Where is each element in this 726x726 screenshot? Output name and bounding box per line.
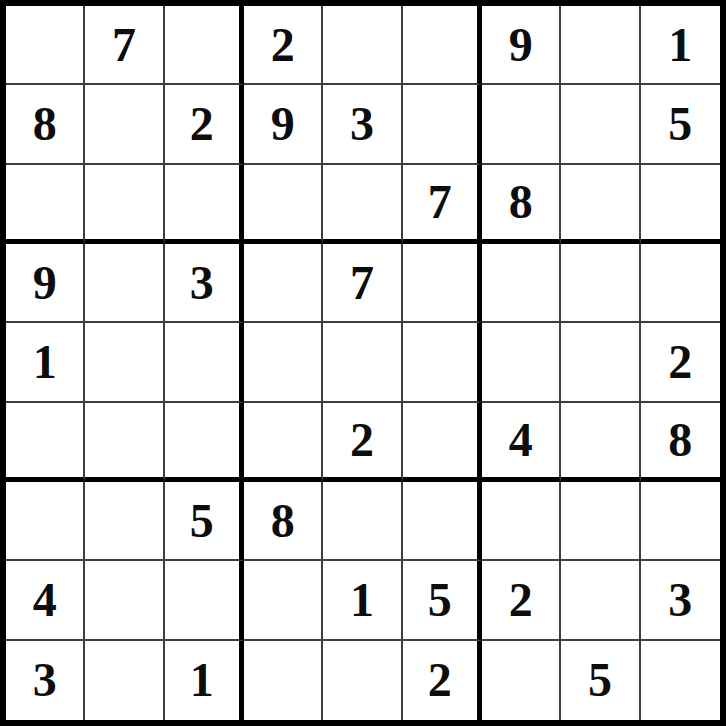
cell-r1c3[interactable] [165,6,244,85]
sudoku-board: 729182935789371224858415233125 [0,0,726,726]
cell-r2c9[interactable]: 5 [641,85,720,164]
cell-r2c8[interactable] [561,85,640,164]
cell-r7c3[interactable]: 5 [165,482,244,561]
cell-r1c7[interactable]: 9 [482,6,561,85]
cell-r2c1[interactable]: 8 [6,85,85,164]
cell-r1c4[interactable]: 2 [244,6,323,85]
cell-r4c3[interactable]: 3 [165,244,244,323]
cell-r9c3[interactable]: 1 [165,641,244,720]
cell-r5c4[interactable] [244,323,323,402]
cell-r2c5[interactable]: 3 [323,85,402,164]
cell-r4c6[interactable] [403,244,482,323]
cell-r5c6[interactable] [403,323,482,402]
cell-r8c5[interactable]: 1 [323,561,402,640]
cell-r8c8[interactable] [561,561,640,640]
cell-r6c6[interactable] [403,403,482,482]
cell-r1c6[interactable] [403,6,482,85]
cell-r1c1[interactable] [6,6,85,85]
cell-r6c4[interactable] [244,403,323,482]
cell-r3c7[interactable]: 8 [482,165,561,244]
cell-r4c1[interactable]: 9 [6,244,85,323]
cell-r7c1[interactable] [6,482,85,561]
cell-r1c5[interactable] [323,6,402,85]
cell-r5c2[interactable] [85,323,164,402]
cell-r1c9[interactable]: 1 [641,6,720,85]
cell-r3c5[interactable] [323,165,402,244]
cell-r7c5[interactable] [323,482,402,561]
cell-r3c1[interactable] [6,165,85,244]
cell-r7c7[interactable] [482,482,561,561]
cell-r6c7[interactable]: 4 [482,403,561,482]
cell-r5c9[interactable]: 2 [641,323,720,402]
cell-r5c7[interactable] [482,323,561,402]
cell-r8c1[interactable]: 4 [6,561,85,640]
cell-r2c6[interactable] [403,85,482,164]
cell-r8c6[interactable]: 5 [403,561,482,640]
cell-r6c9[interactable]: 8 [641,403,720,482]
cell-r8c7[interactable]: 2 [482,561,561,640]
cell-r1c2[interactable]: 7 [85,6,164,85]
cell-r2c7[interactable] [482,85,561,164]
cell-r9c2[interactable] [85,641,164,720]
cell-r3c9[interactable] [641,165,720,244]
cell-r5c3[interactable] [165,323,244,402]
cell-r4c4[interactable] [244,244,323,323]
cell-r6c3[interactable] [165,403,244,482]
cell-r3c4[interactable] [244,165,323,244]
cell-r4c5[interactable]: 7 [323,244,402,323]
cell-r4c9[interactable] [641,244,720,323]
cell-r4c7[interactable] [482,244,561,323]
cell-r8c9[interactable]: 3 [641,561,720,640]
cell-r6c8[interactable] [561,403,640,482]
cell-r2c4[interactable]: 9 [244,85,323,164]
cell-r1c8[interactable] [561,6,640,85]
cell-r7c6[interactable] [403,482,482,561]
cell-r9c1[interactable]: 3 [6,641,85,720]
cell-r7c4[interactable]: 8 [244,482,323,561]
cell-r9c7[interactable] [482,641,561,720]
cell-r7c9[interactable] [641,482,720,561]
cell-r3c8[interactable] [561,165,640,244]
cell-r3c3[interactable] [165,165,244,244]
cell-r9c8[interactable]: 5 [561,641,640,720]
cell-r4c8[interactable] [561,244,640,323]
cell-r6c1[interactable] [6,403,85,482]
cell-r3c6[interactable]: 7 [403,165,482,244]
cell-r8c2[interactable] [85,561,164,640]
cell-r9c9[interactable] [641,641,720,720]
cell-r5c1[interactable]: 1 [6,323,85,402]
cell-r5c8[interactable] [561,323,640,402]
cell-r7c2[interactable] [85,482,164,561]
cell-r6c2[interactable] [85,403,164,482]
cell-r2c3[interactable]: 2 [165,85,244,164]
cell-r6c5[interactable]: 2 [323,403,402,482]
cell-r9c5[interactable] [323,641,402,720]
cell-r7c8[interactable] [561,482,640,561]
cell-r9c6[interactable]: 2 [403,641,482,720]
cell-r2c2[interactable] [85,85,164,164]
cell-r9c4[interactable] [244,641,323,720]
cell-r8c3[interactable] [165,561,244,640]
cell-r3c2[interactable] [85,165,164,244]
cell-r5c5[interactable] [323,323,402,402]
cell-r8c4[interactable] [244,561,323,640]
cell-r4c2[interactable] [85,244,164,323]
